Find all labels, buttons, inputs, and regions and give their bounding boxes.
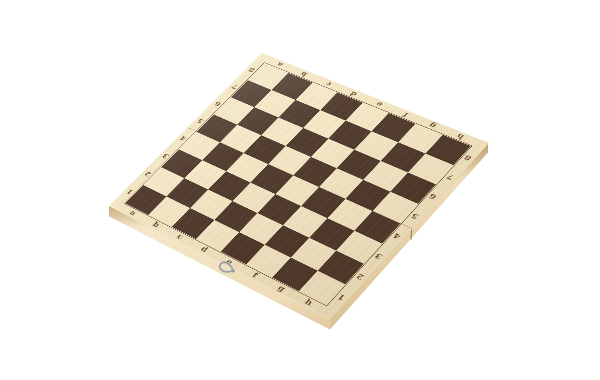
metal-clasp (0, 0, 600, 380)
product-photo-stage: aabbccddeeffgghh8877665544332211 (0, 0, 600, 380)
